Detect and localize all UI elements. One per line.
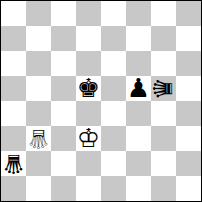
chess-board: ♚♟♛♕♔♛ [1,1,201,201]
square-f4[interactable] [126,101,151,126]
square-e1[interactable] [101,176,126,201]
square-a2[interactable]: ♛ [1,151,26,176]
square-e7[interactable] [101,26,126,51]
square-b6[interactable] [26,51,51,76]
square-h2[interactable] [176,151,201,176]
square-b8[interactable] [26,1,51,26]
square-h4[interactable] [176,101,201,126]
square-d2[interactable] [76,151,101,176]
square-a3[interactable] [1,126,26,151]
square-a8[interactable] [1,1,26,26]
square-e5[interactable] [101,76,126,101]
square-b4[interactable] [26,101,51,126]
square-b5[interactable] [26,76,51,101]
black-king-piece[interactable]: ♚ [76,76,101,101]
square-e4[interactable] [101,101,126,126]
square-e8[interactable] [101,1,126,26]
square-f1[interactable] [126,176,151,201]
square-g1[interactable] [151,176,176,201]
square-c7[interactable] [51,26,76,51]
square-f2[interactable] [126,151,151,176]
square-c8[interactable] [51,1,76,26]
square-g4[interactable] [151,101,176,126]
square-d7[interactable] [76,26,101,51]
square-h8[interactable] [176,1,201,26]
square-c2[interactable] [51,151,76,176]
square-a7[interactable] [1,26,26,51]
square-b1[interactable] [26,176,51,201]
square-b2[interactable] [26,151,51,176]
square-d5[interactable]: ♚ [76,76,101,101]
square-f7[interactable] [126,26,151,51]
square-b3[interactable]: ♕ [26,126,51,151]
square-h6[interactable] [176,51,201,76]
black-inverted-queen-grasshopper-piece[interactable]: ♛ [1,151,26,176]
square-d3[interactable]: ♔ [76,126,101,151]
square-g3[interactable] [151,126,176,151]
square-h5[interactable] [176,76,201,101]
square-c4[interactable] [51,101,76,126]
square-h1[interactable] [176,176,201,201]
square-b7[interactable] [26,26,51,51]
square-c6[interactable] [51,51,76,76]
square-d1[interactable] [76,176,101,201]
square-g6[interactable] [151,51,176,76]
square-f3[interactable] [126,126,151,151]
square-g5[interactable]: ♛ [151,76,176,101]
black-rotated-queen-fairy-piece[interactable]: ♛ [151,76,176,101]
chess-board-frame: ♚♟♛♕♔♛ [0,0,202,202]
square-g8[interactable] [151,1,176,26]
square-c5[interactable] [51,76,76,101]
white-inverted-queen-grasshopper-piece[interactable]: ♕ [26,126,51,151]
square-h3[interactable] [176,126,201,151]
square-c1[interactable] [51,176,76,201]
square-f8[interactable] [126,1,151,26]
square-a6[interactable] [1,51,26,76]
square-e3[interactable] [101,126,126,151]
square-e2[interactable] [101,151,126,176]
square-d8[interactable] [76,1,101,26]
square-e6[interactable] [101,51,126,76]
square-a5[interactable] [1,76,26,101]
square-c3[interactable] [51,126,76,151]
square-a1[interactable] [1,176,26,201]
square-a4[interactable] [1,101,26,126]
square-g7[interactable] [151,26,176,51]
white-king-piece[interactable]: ♔ [76,126,101,151]
square-g2[interactable] [151,151,176,176]
square-h7[interactable] [176,26,201,51]
